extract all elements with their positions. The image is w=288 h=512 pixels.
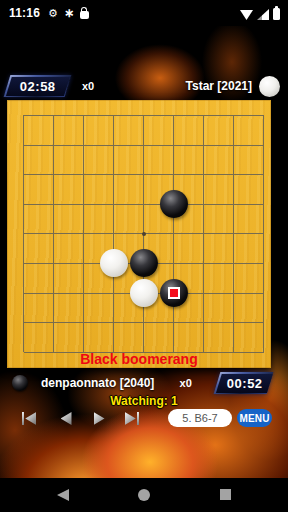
controls-row: 5. B6-7 MENU	[0, 408, 288, 430]
board-intersection[interactable]	[129, 101, 159, 131]
board-intersection[interactable]	[219, 249, 249, 279]
board-intersection[interactable]	[159, 249, 189, 279]
first-move-button[interactable]	[20, 411, 38, 426]
board-intersection[interactable]	[159, 219, 189, 249]
board-intersection[interactable]	[189, 219, 219, 249]
board-intersection[interactable]	[249, 130, 272, 160]
cell-signal-icon	[257, 9, 269, 20]
board-intersection[interactable]	[249, 249, 272, 279]
board-intersection[interactable]	[129, 160, 159, 190]
board-intersection[interactable]	[249, 189, 272, 219]
board-intersection[interactable]	[219, 189, 249, 219]
board-intersection[interactable]	[159, 160, 189, 190]
board-intersection[interactable]	[219, 101, 249, 131]
black-stone-avatar	[12, 375, 28, 391]
board-intersection[interactable]	[69, 160, 99, 190]
board-intersection[interactable]	[39, 219, 69, 249]
board-intersection[interactable]	[159, 101, 189, 131]
board-intersection[interactable]	[249, 308, 272, 338]
board-intersection[interactable]	[129, 278, 159, 308]
board-intersection[interactable]	[249, 219, 272, 249]
android-nav-bar	[0, 478, 288, 512]
board-intersection[interactable]	[99, 160, 129, 190]
board-intersection[interactable]	[129, 130, 159, 160]
board-intersection[interactable]	[39, 278, 69, 308]
status-bar: 11:16 ⚙ ∗	[0, 0, 288, 26]
android-home-icon[interactable]	[138, 489, 150, 501]
board-intersection[interactable]	[219, 278, 249, 308]
board-intersection[interactable]	[9, 101, 39, 131]
board-intersection[interactable]	[189, 249, 219, 279]
board-intersection[interactable]	[129, 249, 159, 279]
board-intersection[interactable]	[219, 219, 249, 249]
board-intersection[interactable]	[99, 249, 129, 279]
board-intersection[interactable]	[99, 278, 129, 308]
lock-icon	[80, 11, 89, 19]
board-intersection[interactable]	[9, 130, 39, 160]
board-intersection[interactable]	[69, 219, 99, 249]
board-intersection[interactable]	[99, 189, 129, 219]
next-move-button[interactable]	[90, 411, 108, 426]
board-intersection[interactable]	[159, 189, 189, 219]
black-multiplier: x0	[180, 377, 192, 389]
top-player-row: 02:58 x0 Tstar [2021]	[0, 74, 288, 98]
black-player-name: denpaonnato [2040]	[41, 376, 154, 390]
board-intersection[interactable]	[69, 278, 99, 308]
data-saver-icon: ∗	[64, 7, 74, 19]
board-intersection[interactable]	[159, 278, 189, 308]
android-recents-icon[interactable]	[220, 489, 231, 500]
white-stone	[100, 249, 128, 277]
board-intersection[interactable]	[189, 130, 219, 160]
board-intersection[interactable]	[39, 249, 69, 279]
black-stone	[160, 279, 188, 307]
board-intersection[interactable]	[69, 249, 99, 279]
board-intersection[interactable]	[9, 189, 39, 219]
last-move-marker	[168, 287, 180, 299]
board-intersection[interactable]	[39, 189, 69, 219]
android-back-icon[interactable]	[57, 489, 69, 501]
board-intersection[interactable]	[39, 130, 69, 160]
wifi-icon	[240, 10, 253, 20]
board-intersection[interactable]	[219, 308, 249, 338]
board-intersection[interactable]	[9, 219, 39, 249]
board-intersection[interactable]	[129, 308, 159, 338]
move-indicator[interactable]: 5. B6-7	[168, 409, 232, 427]
watching-count: Watching: 1	[0, 394, 288, 408]
previous-move-button[interactable]	[57, 411, 75, 426]
black-clock-time: 00:52	[226, 376, 262, 391]
white-clock-time: 02:58	[20, 79, 56, 94]
bottom-player-row: denpaonnato [2040] x0 00:52	[0, 371, 288, 395]
settings-icon: ⚙	[48, 8, 58, 19]
black-clock: 00:52	[214, 372, 274, 394]
board-intersection[interactable]	[159, 308, 189, 338]
board-intersection[interactable]	[249, 101, 272, 131]
white-clock: 02:58	[4, 75, 72, 97]
black-stone	[160, 190, 188, 218]
board-intersection[interactable]	[39, 101, 69, 131]
board-intersection[interactable]	[189, 278, 219, 308]
board-intersection[interactable]	[39, 160, 69, 190]
black-stone	[130, 249, 158, 277]
board-intersection[interactable]	[249, 160, 272, 190]
board-intersection[interactable]	[99, 219, 129, 249]
board-intersection[interactable]	[9, 278, 39, 308]
board-intersection[interactable]	[9, 160, 39, 190]
board-intersection[interactable]	[219, 160, 249, 190]
white-multiplier: x0	[82, 80, 94, 92]
go-board: Black boomerang	[7, 100, 271, 368]
game-message: Black boomerang	[7, 351, 271, 367]
app-screen: 11:16 ⚙ ∗ 02:58 x0 Tstar [2021] Black bo…	[0, 0, 288, 512]
board-intersection[interactable]	[129, 189, 159, 219]
board-intersection[interactable]	[189, 308, 219, 338]
board-intersection[interactable]	[219, 130, 249, 160]
board-intersection[interactable]	[69, 101, 99, 131]
last-move-button[interactable]	[123, 411, 141, 426]
board-intersection[interactable]	[249, 278, 272, 308]
status-time: 11:16	[9, 6, 40, 20]
board-intersection[interactable]	[189, 101, 219, 131]
board-intersection[interactable]	[39, 308, 69, 338]
menu-button[interactable]: MENU	[237, 409, 272, 427]
board-intersection[interactable]	[129, 219, 159, 249]
board-intersection[interactable]	[99, 101, 129, 131]
board-intersection[interactable]	[9, 308, 39, 338]
board-intersection[interactable]	[99, 308, 129, 338]
board-intersection[interactable]	[69, 130, 99, 160]
board-intersection[interactable]	[99, 130, 129, 160]
white-player-name: Tstar [2021]	[186, 79, 252, 93]
board-intersection[interactable]	[69, 308, 99, 338]
white-stone	[130, 279, 158, 307]
board-intersection[interactable]	[69, 189, 99, 219]
board-intersection[interactable]	[189, 189, 219, 219]
white-stone-avatar	[259, 76, 280, 97]
battery-icon	[273, 8, 280, 20]
board-intersection[interactable]	[9, 249, 39, 279]
board-grid	[9, 101, 272, 367]
board-intersection[interactable]	[159, 130, 189, 160]
star-point	[142, 232, 146, 236]
board-intersection[interactable]	[189, 160, 219, 190]
